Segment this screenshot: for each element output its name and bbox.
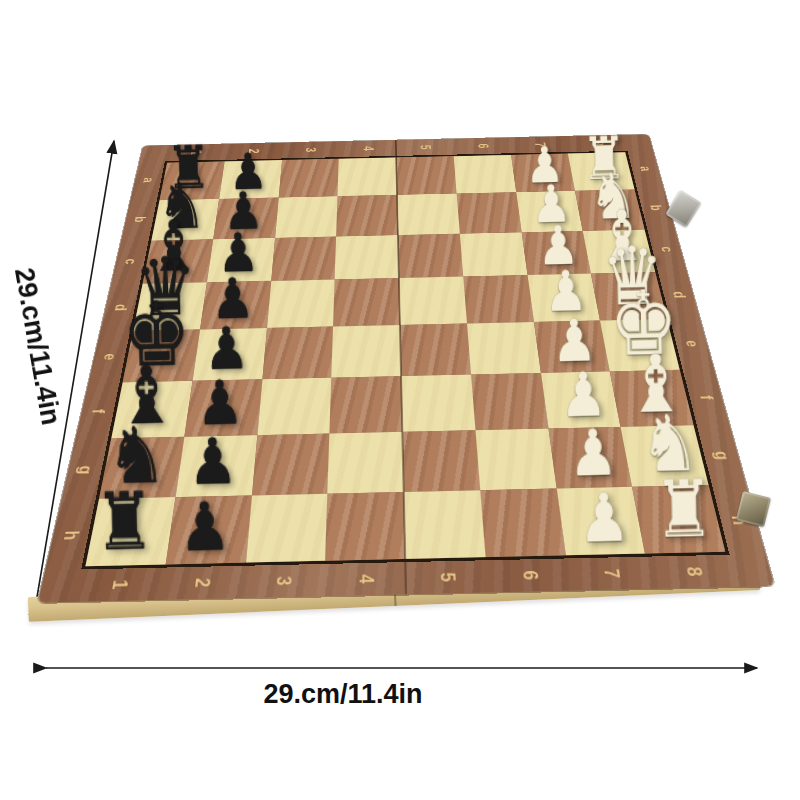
coordinate-label: 7 [524,127,555,163]
coordinate-label: 6 [468,128,497,164]
square-f6 [471,373,548,430]
bottom-dimension-label: 29.cm/11.4in [248,679,438,710]
square-e5 [400,323,471,375]
product-photo-stage: 12345678 12345678 abcdefgh abcdefgh ♜♟♟♜… [0,0,800,800]
square-g5 [402,430,480,492]
square-e6 [467,322,541,374]
black-pawn-piece: ♟ [188,429,239,494]
square-b4 [336,195,398,236]
square-c3 [271,236,337,281]
square-h5 [404,490,485,559]
coordinate-label: b [107,210,172,229]
coordinate-label: 3 [296,132,324,168]
chess-board: 12345678 12345678 abcdefgh abcdefgh ♜♟♟♜… [38,134,775,603]
coordinate-label: c [632,239,701,260]
square-f5 [401,374,475,431]
square-c6 [460,232,528,277]
square-h2: ♟ [165,496,251,565]
black-rook-piece: ♜ [94,483,157,563]
coordinate-label: 2 [237,133,267,169]
white-rook-piece: ♜ [652,470,715,550]
square-b3 [275,196,338,238]
square-d3 [267,280,335,328]
square-d5 [399,277,467,325]
coordinate-label: a [614,160,677,178]
square-e3 [262,327,333,380]
board-scene: 12345678 12345678 abcdefgh abcdefgh ♜♟♟♜… [93,18,706,631]
square-h3 [245,494,327,563]
square-h4 [325,492,405,561]
coordinate-label: 5 [411,129,438,165]
square-h6 [480,489,565,557]
square-g6 [475,428,556,490]
square-c4 [335,235,399,280]
square-e4 [332,325,402,377]
black-pawn-piece: ♟ [178,493,231,561]
square-f4 [330,376,403,433]
board-tilt-wrapper: 12345678 12345678 abcdefgh abcdefgh ♜♟♟♜… [93,18,706,631]
white-pawn-piece: ♟ [577,484,630,552]
square-c5 [398,233,463,278]
coordinate-label: c [96,251,164,272]
left-dimension-label: 29.cm/11.4in [6,252,69,441]
square-f3 [257,377,332,434]
coordinate-label: 4 [354,131,380,167]
square-h7: ♟ [556,487,645,555]
square-g4 [328,431,404,493]
square-h8: ♜ [632,485,725,553]
square-b6 [456,192,521,233]
square-b5 [397,193,460,234]
white-pawn-piece: ♟ [568,421,619,486]
square-d6 [463,275,533,323]
square-g3 [251,433,329,496]
square-h1: ♜ [85,497,175,566]
coordinate-label: a [117,171,180,189]
square-d4 [333,278,400,326]
